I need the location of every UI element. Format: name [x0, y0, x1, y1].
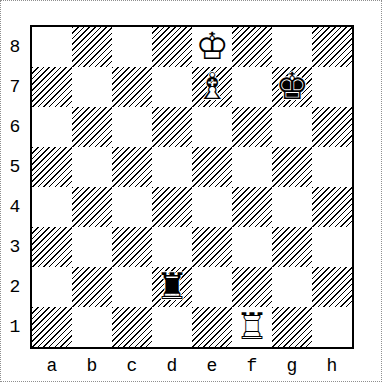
square-b4[interactable]	[72, 187, 112, 227]
square-d4[interactable]	[152, 187, 192, 227]
square-f2[interactable]	[232, 267, 272, 307]
square-d7[interactable]	[152, 67, 192, 107]
square-h4[interactable]	[312, 187, 352, 227]
square-h6[interactable]	[312, 107, 352, 147]
file-label-g: g	[272, 354, 312, 378]
rank-label-8: 8	[4, 27, 26, 67]
square-e4[interactable]	[192, 187, 232, 227]
rank-label-5: 5	[4, 147, 26, 187]
square-e8[interactable]: ♚♔	[192, 27, 232, 67]
square-a4[interactable]	[32, 187, 72, 227]
square-c7[interactable]	[112, 67, 152, 107]
square-a5[interactable]	[32, 147, 72, 187]
square-e1[interactable]	[192, 307, 232, 347]
square-g2[interactable]	[272, 267, 312, 307]
square-h1[interactable]	[312, 307, 352, 347]
square-e6[interactable]	[192, 107, 232, 147]
square-a2[interactable]	[32, 267, 72, 307]
rank-label-1: 1	[4, 307, 26, 347]
square-e7[interactable]: ♝♗	[192, 67, 232, 107]
file-label-e: e	[192, 354, 232, 378]
square-a3[interactable]	[32, 227, 72, 267]
square-c5[interactable]	[112, 147, 152, 187]
square-f4[interactable]	[232, 187, 272, 227]
square-c1[interactable]	[112, 307, 152, 347]
square-e2[interactable]	[192, 267, 232, 307]
white-bishop-outline: ♗	[192, 67, 232, 107]
rank-label-7: 7	[4, 67, 26, 107]
white-king[interactable]: ♚♔	[192, 27, 232, 67]
square-g6[interactable]	[272, 107, 312, 147]
square-h7[interactable]	[312, 67, 352, 107]
square-h3[interactable]	[312, 227, 352, 267]
square-c3[interactable]	[112, 227, 152, 267]
square-f1[interactable]: ♜♖	[232, 307, 272, 347]
square-d3[interactable]	[152, 227, 192, 267]
white-king-outline: ♔	[192, 27, 232, 67]
square-b3[interactable]	[72, 227, 112, 267]
square-f8[interactable]	[232, 27, 272, 67]
square-b5[interactable]	[72, 147, 112, 187]
black-king[interactable]: ♚	[272, 67, 312, 107]
square-a8[interactable]	[32, 27, 72, 67]
square-c2[interactable]	[112, 267, 152, 307]
file-label-a: a	[32, 354, 72, 378]
file-label-f: f	[232, 354, 272, 378]
black-rook-glyph: ♜	[152, 267, 192, 307]
square-f6[interactable]	[232, 107, 272, 147]
square-d5[interactable]	[152, 147, 192, 187]
square-b8[interactable]	[72, 27, 112, 67]
square-f5[interactable]	[232, 147, 272, 187]
square-d1[interactable]	[152, 307, 192, 347]
square-c4[interactable]	[112, 187, 152, 227]
square-g7[interactable]: ♚	[272, 67, 312, 107]
square-d2[interactable]: ♜	[152, 267, 192, 307]
file-label-b: b	[72, 354, 112, 378]
rank-label-2: 2	[4, 267, 26, 307]
square-h5[interactable]	[312, 147, 352, 187]
square-g1[interactable]	[272, 307, 312, 347]
square-a6[interactable]	[32, 107, 72, 147]
black-rook[interactable]: ♜	[152, 267, 192, 307]
square-d6[interactable]	[152, 107, 192, 147]
file-label-c: c	[112, 354, 152, 378]
square-b2[interactable]	[72, 267, 112, 307]
square-e5[interactable]	[192, 147, 232, 187]
square-g3[interactable]	[272, 227, 312, 267]
square-b6[interactable]	[72, 107, 112, 147]
square-e3[interactable]	[192, 227, 232, 267]
white-rook-outline: ♖	[232, 307, 272, 347]
square-g5[interactable]	[272, 147, 312, 187]
square-c6[interactable]	[112, 107, 152, 147]
white-bishop[interactable]: ♝♗	[192, 67, 232, 107]
square-a7[interactable]	[32, 67, 72, 107]
white-rook[interactable]: ♜♖	[232, 307, 272, 347]
square-g8[interactable]	[272, 27, 312, 67]
square-h2[interactable]	[312, 267, 352, 307]
rank-label-6: 6	[4, 107, 26, 147]
square-h8[interactable]	[312, 27, 352, 67]
square-a1[interactable]	[32, 307, 72, 347]
file-label-d: d	[152, 354, 192, 378]
file-label-h: h	[312, 354, 352, 378]
rank-label-3: 3	[4, 227, 26, 267]
black-king-glyph: ♚	[272, 67, 312, 107]
square-g4[interactable]	[272, 187, 312, 227]
rank-label-4: 4	[4, 187, 26, 227]
chess-board: ♚♔♝♗♚♜♜♖	[30, 25, 354, 349]
square-b7[interactable]	[72, 67, 112, 107]
square-c8[interactable]	[112, 27, 152, 67]
square-b1[interactable]	[72, 307, 112, 347]
square-f3[interactable]	[232, 227, 272, 267]
square-d8[interactable]	[152, 27, 192, 67]
square-f7[interactable]	[232, 67, 272, 107]
chess-diagram: ♚♔♝♗♚♜♜♖ 87654321 abcdefgh	[0, 0, 382, 382]
